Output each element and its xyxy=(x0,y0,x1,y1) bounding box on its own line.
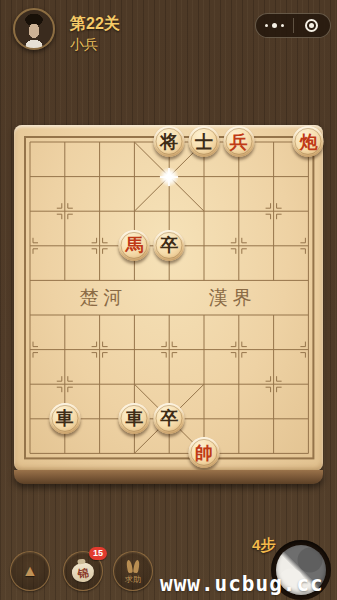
piece-帥[interactable]: 帥 xyxy=(189,437,220,468)
level-subtitle: 小兵 xyxy=(70,36,98,54)
miniprogram-capsule xyxy=(255,13,331,38)
app-screen: 第22关 小兵 楚河 漢界 将士兵炮馬卒車車卒帥 ▲ 锦 15 求助 4步 xyxy=(0,0,337,600)
chevron-up-icon: ▲ xyxy=(22,563,38,579)
piece-glyph: 車 xyxy=(125,409,143,427)
piece-炮[interactable]: 炮 xyxy=(293,126,324,157)
piece-glyph: 将 xyxy=(160,132,178,150)
piece-glyph: 帥 xyxy=(195,444,213,462)
bag-count-badge: 15 xyxy=(89,547,107,560)
close-home-button[interactable] xyxy=(294,14,331,37)
more-dots-icon xyxy=(265,24,268,27)
piece-車[interactable]: 車 xyxy=(49,403,80,434)
piece-glyph: 車 xyxy=(56,409,74,427)
piece-士[interactable]: 士 xyxy=(189,126,220,157)
steps-counter: 4步 xyxy=(252,536,275,555)
money-bag-icon: 锦 xyxy=(71,562,95,584)
piece-卒[interactable]: 卒 xyxy=(154,230,185,261)
more-dots-icon xyxy=(281,24,284,27)
piece-車[interactable]: 車 xyxy=(119,403,150,434)
piece-馬[interactable]: 馬 xyxy=(119,230,150,261)
river-label-chuhe: 楚河 xyxy=(75,285,128,311)
piece-glyph: 兵 xyxy=(230,132,248,150)
ask-help-button[interactable]: 求助 xyxy=(113,551,153,591)
level-title: 第22关 xyxy=(70,14,120,35)
praying-hands-icon xyxy=(127,560,139,573)
xiangqi-board[interactable]: 楚河 漢界 将士兵炮馬卒車車卒帥 xyxy=(14,125,323,471)
player-avatar[interactable] xyxy=(13,8,55,50)
menu-button[interactable]: ▲ xyxy=(10,551,50,591)
more-dots-icon xyxy=(272,23,277,28)
piece-glyph: 士 xyxy=(195,132,213,150)
piece-glyph: 炮 xyxy=(299,132,317,150)
piece-兵[interactable]: 兵 xyxy=(223,126,254,157)
board-bevel xyxy=(14,470,323,484)
highlight-sparkle xyxy=(159,167,179,187)
circle-target-icon xyxy=(305,19,318,32)
river-label-hanjie: 漢界 xyxy=(204,285,257,311)
watermark-text: www.ucbug.cc xyxy=(160,572,324,596)
piece-卒[interactable]: 卒 xyxy=(154,403,185,434)
more-options-button[interactable] xyxy=(256,14,293,37)
hint-bag-button[interactable]: 锦 15 xyxy=(63,551,103,591)
piece-将[interactable]: 将 xyxy=(154,126,185,157)
piece-glyph: 馬 xyxy=(125,236,143,254)
piece-glyph: 卒 xyxy=(160,409,178,427)
piece-glyph: 卒 xyxy=(160,236,178,254)
